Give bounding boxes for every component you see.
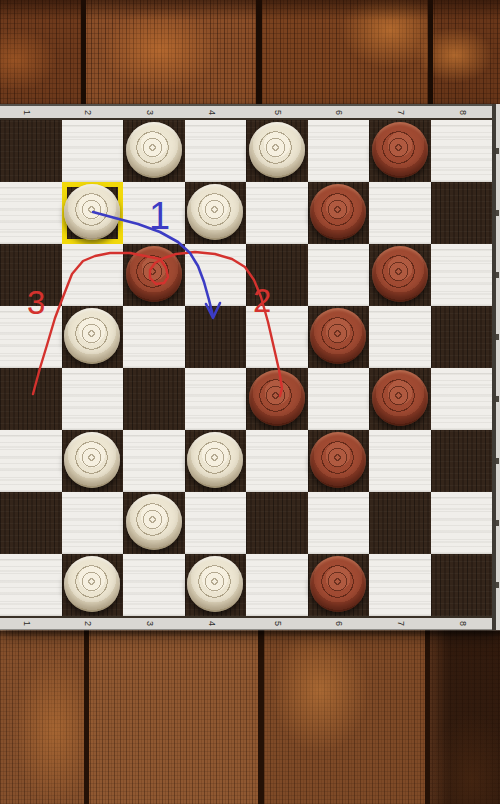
wood-table-background-top — [0, 0, 500, 104]
square-r6c3 — [123, 430, 185, 492]
top-coordinate-strip: 12345678 — [0, 104, 500, 120]
red-checker-piece[interactable] — [372, 122, 428, 178]
square-r7c3[interactable] — [123, 492, 185, 554]
square-r6c7 — [369, 430, 431, 492]
square-r7c7[interactable] — [369, 492, 431, 554]
white-checker-piece[interactable] — [187, 556, 243, 612]
checkers-board: 12345678 12345678 — [0, 104, 500, 630]
square-r1c2 — [62, 120, 124, 182]
right-edge-row-mark — [496, 210, 499, 216]
square-r2c1 — [0, 182, 62, 244]
square-r2c5 — [246, 182, 308, 244]
move1-label: 1 — [149, 197, 170, 235]
square-r3c2 — [62, 244, 124, 306]
square-r1c6 — [308, 120, 370, 182]
coordinate-label-1: 1 — [21, 619, 32, 629]
square-r7c8 — [431, 492, 493, 554]
square-r5c3[interactable] — [123, 368, 185, 430]
square-r7c6 — [308, 492, 370, 554]
square-r6c1 — [0, 430, 62, 492]
square-r3c4 — [185, 244, 247, 306]
square-r2c4[interactable] — [185, 182, 247, 244]
square-r5c1[interactable] — [0, 368, 62, 430]
square-r4c4[interactable] — [185, 306, 247, 368]
square-r4c8[interactable] — [431, 306, 493, 368]
square-r8c2[interactable] — [62, 554, 124, 616]
coordinate-label-4: 4 — [206, 619, 217, 629]
square-r4c3 — [123, 306, 185, 368]
board-grid[interactable] — [0, 120, 492, 616]
right-edge-row-mark — [496, 148, 499, 154]
square-r1c4 — [185, 120, 247, 182]
red-checker-piece[interactable] — [310, 184, 366, 240]
right-edge-row-mark — [496, 396, 499, 402]
square-r1c1[interactable] — [0, 120, 62, 182]
right-edge-row-mark — [496, 520, 499, 526]
coordinate-label-2: 2 — [82, 619, 93, 629]
square-r4c2[interactable] — [62, 306, 124, 368]
right-edge-row-mark — [496, 272, 499, 278]
white-checker-piece[interactable] — [64, 184, 120, 240]
square-r8c3 — [123, 554, 185, 616]
square-r7c2 — [62, 492, 124, 554]
coordinate-label-6: 6 — [333, 619, 344, 629]
square-r5c2 — [62, 368, 124, 430]
square-r7c4 — [185, 492, 247, 554]
square-r6c8[interactable] — [431, 430, 493, 492]
red-checker-piece[interactable] — [310, 556, 366, 612]
right-edge-row-mark — [496, 582, 499, 588]
coordinate-label-2: 2 — [82, 108, 93, 118]
square-r4c7 — [369, 306, 431, 368]
square-r5c5[interactable] — [246, 368, 308, 430]
square-r8c6[interactable] — [308, 554, 370, 616]
square-r4c6[interactable] — [308, 306, 370, 368]
white-checker-piece[interactable] — [64, 556, 120, 612]
square-r8c7 — [369, 554, 431, 616]
square-r8c4[interactable] — [185, 554, 247, 616]
square-r6c5 — [246, 430, 308, 492]
white-checker-piece[interactable] — [187, 432, 243, 488]
coordinate-label-5: 5 — [272, 108, 283, 118]
white-checker-piece[interactable] — [126, 494, 182, 550]
right-edge-row-mark — [496, 334, 499, 340]
bottom-coordinate-strip: 12345678 — [0, 616, 500, 630]
square-r2c2-highlighted[interactable] — [62, 182, 124, 244]
wood-table-background-bottom — [0, 630, 500, 804]
square-r2c7 — [369, 182, 431, 244]
square-r5c6 — [308, 368, 370, 430]
square-r8c8[interactable] — [431, 554, 493, 616]
board-right-edge-strip — [496, 104, 500, 630]
coordinate-label-8: 8 — [457, 108, 468, 118]
square-r1c5[interactable] — [246, 120, 308, 182]
square-r5c4 — [185, 368, 247, 430]
right-edge-row-mark — [496, 458, 499, 464]
white-checker-piece[interactable] — [249, 122, 305, 178]
coordinate-label-3: 3 — [144, 108, 155, 118]
square-r3c6 — [308, 244, 370, 306]
white-checker-piece[interactable] — [64, 308, 120, 364]
square-r3c7[interactable] — [369, 244, 431, 306]
square-r1c7[interactable] — [369, 120, 431, 182]
square-r7c1[interactable] — [0, 492, 62, 554]
square-r3c3[interactable] — [123, 244, 185, 306]
move2-label: 2 — [253, 284, 271, 317]
square-r1c3[interactable] — [123, 120, 185, 182]
coordinate-label-8: 8 — [457, 619, 468, 629]
square-r3c8 — [431, 244, 493, 306]
move3-label: 3 — [27, 286, 45, 319]
square-r8c1 — [0, 554, 62, 616]
red-checker-piece[interactable] — [372, 370, 428, 426]
red-checker-piece[interactable] — [126, 246, 182, 302]
square-r2c8[interactable] — [431, 182, 493, 244]
square-r6c4[interactable] — [185, 430, 247, 492]
red-checker-piece[interactable] — [310, 432, 366, 488]
coordinate-label-6: 6 — [333, 108, 344, 118]
red-checker-piece[interactable] — [249, 370, 305, 426]
coordinate-label-7: 7 — [395, 619, 406, 629]
screenshot-root: 12345678 12345678 1 2 3 — [0, 0, 500, 804]
square-r1c8 — [431, 120, 493, 182]
square-r8c5 — [246, 554, 308, 616]
coordinate-label-4: 4 — [206, 108, 217, 118]
coordinate-label-5: 5 — [272, 619, 283, 629]
red-checker-piece[interactable] — [310, 308, 366, 364]
white-checker-piece[interactable] — [126, 122, 182, 178]
coordinate-label-7: 7 — [395, 108, 406, 118]
red-checker-piece[interactable] — [372, 246, 428, 302]
square-r2c6[interactable] — [308, 182, 370, 244]
white-checker-piece[interactable] — [64, 432, 120, 488]
square-r5c7[interactable] — [369, 368, 431, 430]
coordinate-label-1: 1 — [21, 108, 32, 118]
square-r6c6[interactable] — [308, 430, 370, 492]
square-r7c5[interactable] — [246, 492, 308, 554]
square-r5c8 — [431, 368, 493, 430]
square-r6c2[interactable] — [62, 430, 124, 492]
white-checker-piece[interactable] — [187, 184, 243, 240]
coordinate-label-3: 3 — [144, 619, 155, 629]
